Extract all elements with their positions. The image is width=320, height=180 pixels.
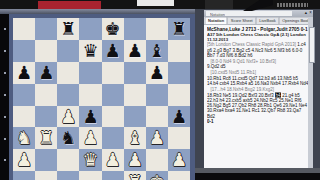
- variation-line[interactable]: [10.cxd5 Nxd5 11.Rb1]: [211, 70, 311, 75]
- square-a7[interactable]: [13, 40, 35, 62]
- square-g4[interactable]: [146, 106, 168, 128]
- tab-notation[interactable]: Notation: [205, 17, 227, 24]
- black-pawn[interactable]: ♟: [146, 62, 168, 84]
- white-king[interactable]: ♚: [146, 171, 168, 180]
- video-bottom-bar: [195, 173, 320, 180]
- titlebar-inner: Notation: [206, 11, 292, 16]
- panel-title: Notation: [210, 12, 225, 17]
- tab-livebook[interactable]: LiveBook: [256, 17, 278, 24]
- mainline-moves[interactable]: 9.Qd2 d5: [207, 64, 310, 69]
- square-e7[interactable]: ♟: [102, 40, 124, 62]
- game-event-header: A37 5th London Chess Classic GpA (2.1) L…: [207, 32, 310, 42]
- rank-label-2: [4, 159, 6, 161]
- white-pawn[interactable]: ♟: [102, 149, 124, 171]
- square-f3[interactable]: ♝: [124, 127, 146, 149]
- chess-board-frame: ♜♚♜♛♟♟♝♟♟♟♟♟♟♞♜♞♟♝♟♟♛♟♟♟♜♚: [9, 14, 195, 180]
- toolbar-blob: [205, 0, 233, 9]
- square-c5[interactable]: [57, 84, 79, 106]
- square-a6[interactable]: ♟: [13, 62, 35, 84]
- square-g6[interactable]: ♟: [146, 62, 168, 84]
- variation-line[interactable]: [17...h4 18.Nxh4 Bxg2 19.Kxg2]: [211, 87, 311, 92]
- mainline-moves[interactable]: 18.Rb3 Ne5 19.Qd2 Bxf3 20.Bxf3 h4 21.g4 …: [207, 92, 310, 118]
- white-pawn[interactable]: ♟: [13, 149, 35, 171]
- square-a3[interactable]: ♞: [13, 127, 35, 149]
- square-g5[interactable]: [146, 84, 168, 106]
- square-e3[interactable]: [102, 127, 124, 149]
- white-rook[interactable]: ♜: [35, 127, 57, 149]
- square-b6[interactable]: ♟: [35, 62, 57, 84]
- square-e4[interactable]: [102, 106, 124, 128]
- square-c8[interactable]: ♜: [57, 18, 79, 40]
- square-h2[interactable]: ♟: [168, 149, 190, 171]
- notation-tabs: NotationScore SheetLiveBookOpenings Book: [204, 17, 313, 25]
- square-e6[interactable]: [102, 62, 124, 84]
- square-d7[interactable]: ♛: [79, 40, 101, 62]
- square-e5[interactable]: [102, 84, 124, 106]
- square-c2[interactable]: [57, 149, 79, 171]
- move-list[interactable]: [5th London Chess Classic Rapid GpA 2013…: [207, 42, 310, 119]
- notation-content[interactable]: McShane,Luke J 2713 - Polgar,Judit 2705 …: [207, 26, 311, 166]
- square-g1[interactable]: ♚: [146, 171, 168, 180]
- square-b7[interactable]: [35, 40, 57, 62]
- black-queen[interactable]: ♛: [79, 40, 101, 62]
- white-pawn[interactable]: ♟: [57, 106, 79, 128]
- square-b3[interactable]: ♜: [35, 127, 57, 149]
- square-c7[interactable]: [57, 40, 79, 62]
- black-pawn[interactable]: ♟: [124, 40, 146, 62]
- square-c3[interactable]: ♞: [57, 127, 79, 149]
- square-g8[interactable]: [146, 18, 168, 40]
- square-h8[interactable]: ♜: [168, 18, 190, 40]
- black-king[interactable]: ♚: [102, 18, 124, 40]
- square-g7[interactable]: ♝: [146, 40, 168, 62]
- mainline-moves[interactable]: 10.Rb1 Rc8 11.cxd5 Qd7 12.b3 a6 13.Nb5 b…: [207, 76, 310, 87]
- rank-label-8: [4, 28, 6, 30]
- white-knight[interactable]: ♞: [13, 127, 35, 149]
- square-f8[interactable]: [124, 18, 146, 40]
- close-icon[interactable]: ▴ ×: [304, 10, 312, 15]
- black-pawn[interactable]: ♟: [35, 62, 57, 84]
- overlay-box: [137, 0, 174, 6]
- square-f1[interactable]: ♜: [124, 171, 146, 180]
- rank-label-5: [4, 94, 6, 96]
- square-h6[interactable]: [168, 62, 190, 84]
- black-pawn[interactable]: ♟: [79, 106, 101, 128]
- square-a5[interactable]: [13, 84, 35, 106]
- rank-label-3: [4, 138, 6, 140]
- rank-label-7: [4, 50, 6, 52]
- overlay-text-smudge: [277, 3, 308, 7]
- white-rook[interactable]: ♜: [124, 171, 146, 180]
- square-b2[interactable]: [35, 149, 57, 171]
- black-rook[interactable]: ♜: [168, 18, 190, 40]
- square-c1[interactable]: [57, 171, 79, 180]
- square-f6[interactable]: [124, 62, 146, 84]
- square-f4[interactable]: [124, 106, 146, 128]
- square-c6[interactable]: [57, 62, 79, 84]
- scrollbar-thumb[interactable]: [309, 27, 315, 63]
- square-f7[interactable]: ♟: [124, 40, 146, 62]
- square-h7[interactable]: [168, 40, 190, 62]
- square-d8[interactable]: [79, 18, 101, 40]
- square-c4[interactable]: ♟: [57, 106, 79, 128]
- square-e1[interactable]: [102, 171, 124, 180]
- white-pawn[interactable]: ♟: [168, 149, 190, 171]
- square-a2[interactable]: ♟: [13, 149, 35, 171]
- square-f2[interactable]: ♟: [124, 149, 146, 171]
- white-pawn[interactable]: ♟: [146, 127, 168, 149]
- square-a1[interactable]: [13, 171, 35, 180]
- rank-label-4: [4, 116, 6, 118]
- square-g2[interactable]: [146, 149, 168, 171]
- square-d1[interactable]: [79, 171, 101, 180]
- black-pawn[interactable]: ♟: [13, 62, 35, 84]
- square-b4[interactable]: [35, 106, 57, 128]
- rank-label-6: [4, 72, 6, 74]
- square-f5[interactable]: [124, 84, 146, 106]
- notation-scrollbar[interactable]: [308, 17, 313, 168]
- square-g3[interactable]: ♟: [146, 127, 168, 149]
- mainline-moves[interactable]: [5th London Chess Classic Rapid GpA 2013…: [207, 42, 310, 58]
- white-queen[interactable]: ♛: [79, 149, 101, 171]
- square-d4[interactable]: ♟: [79, 106, 101, 128]
- app-window: ♜♚♜♛♟♟♝♟♟♟♟♟♟♞♜♞♟♝♟♟♛♟♟♟♜♚ Notation ▴ × …: [0, 0, 320, 180]
- black-knight[interactable]: ♞: [57, 127, 79, 149]
- black-bishop[interactable]: ♝: [146, 40, 168, 62]
- square-h5[interactable]: [168, 84, 190, 106]
- square-h4[interactable]: ♟: [168, 106, 190, 128]
- game-result: 0-1: [207, 119, 310, 125]
- square-d3[interactable]: ♟: [79, 127, 101, 149]
- square-a8[interactable]: [13, 18, 35, 40]
- tab-score-sheet[interactable]: Score Sheet: [228, 17, 256, 24]
- variation-line[interactable]: [8.0-0 Nd4 9.Qd1 Nxf3+ 10.Bxf3]: [211, 58, 311, 63]
- white-pawn[interactable]: ♟: [79, 127, 101, 149]
- square-h1[interactable]: [168, 171, 190, 180]
- square-h3[interactable]: [168, 127, 190, 149]
- black-pawn[interactable]: ♟: [168, 106, 190, 128]
- square-b8[interactable]: [35, 18, 57, 40]
- square-e8[interactable]: ♚: [102, 18, 124, 40]
- notation-titlebar[interactable]: Notation ▴ ×: [204, 10, 313, 17]
- square-a4[interactable]: [13, 106, 35, 128]
- square-d5[interactable]: [79, 84, 101, 106]
- square-d6[interactable]: [79, 62, 101, 84]
- chess-board[interactable]: ♜♚♜♛♟♟♝♟♟♟♟♟♟♞♜♞♟♝♟♟♛♟♟♟♜♚: [13, 18, 191, 180]
- black-rook[interactable]: ♜: [57, 18, 79, 40]
- black-pawn[interactable]: ♟: [102, 40, 124, 62]
- square-b1[interactable]: [35, 171, 57, 180]
- square-d2[interactable]: ♛: [79, 149, 101, 171]
- white-pawn[interactable]: ♟: [124, 149, 146, 171]
- square-e2[interactable]: ♟: [102, 149, 124, 171]
- notation-panel: Notation ▴ × NotationScore SheetLiveBook…: [204, 10, 313, 168]
- white-bishop[interactable]: ♝: [124, 127, 146, 149]
- square-b5[interactable]: [35, 84, 57, 106]
